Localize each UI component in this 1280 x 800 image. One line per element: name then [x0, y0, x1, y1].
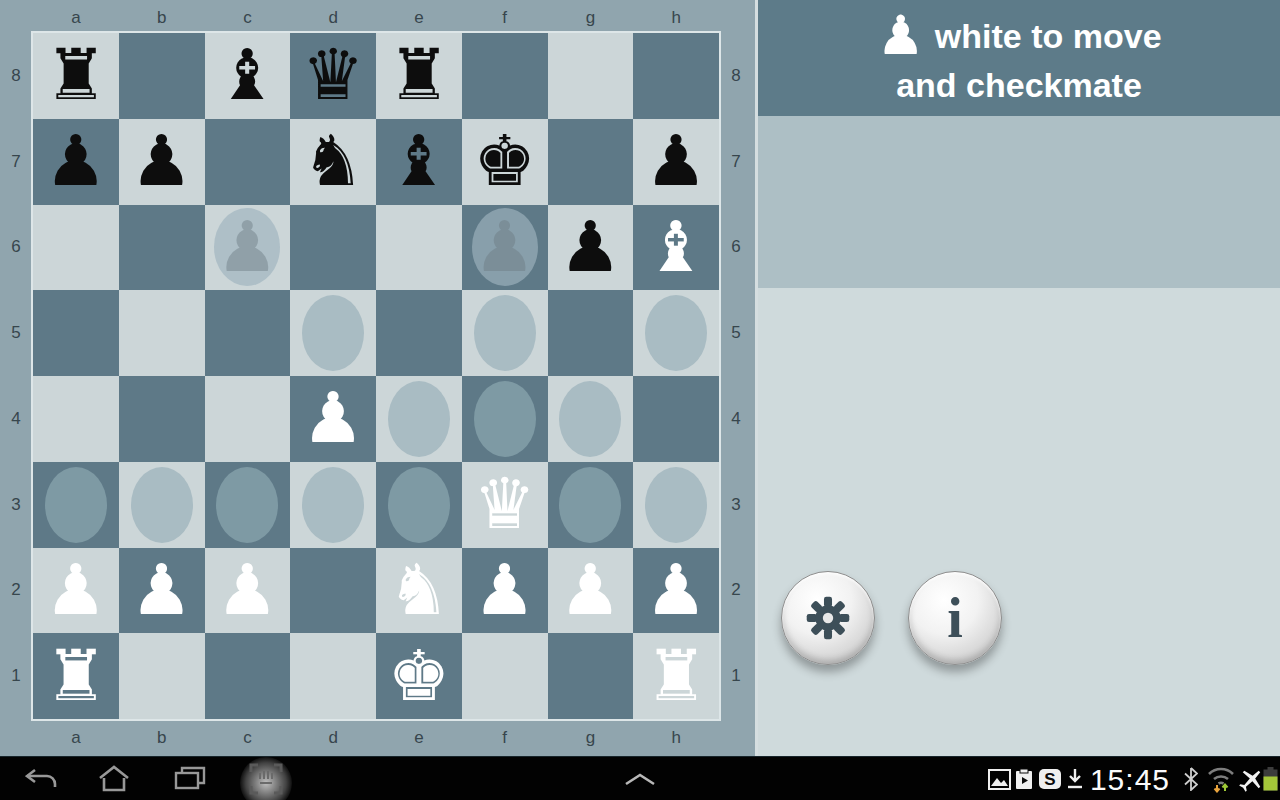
square-e6[interactable]: [376, 205, 462, 291]
square-g2[interactable]: ♟: [548, 548, 634, 634]
square-h8[interactable]: [633, 33, 719, 119]
square-f4[interactable]: [462, 376, 548, 462]
coord-label: 5: [1, 290, 31, 376]
white-pawn-c2[interactable]: ♟: [216, 548, 279, 633]
square-a7[interactable]: ♟: [33, 119, 119, 205]
coord-label: 2: [1, 548, 31, 634]
move-hint-e4: [388, 381, 450, 457]
coord-label: g: [548, 5, 634, 31]
recent-apps-button[interactable]: [168, 757, 212, 800]
square-b8[interactable]: [119, 33, 205, 119]
white-pawn-a2[interactable]: ♟: [44, 548, 107, 633]
coord-label: g: [548, 725, 634, 751]
square-g5[interactable]: [548, 290, 634, 376]
black-bishop-e7[interactable]: ♝: [387, 119, 450, 204]
black-rook-e8[interactable]: ♜: [387, 33, 450, 118]
square-h4[interactable]: [633, 376, 719, 462]
coord-label: c: [205, 725, 291, 751]
coord-label: 4: [1, 376, 31, 462]
move-hint-e3: [388, 467, 450, 543]
square-a1[interactable]: ♜: [33, 633, 119, 719]
black-pawn-b7[interactable]: ♟: [130, 119, 193, 204]
square-f7[interactable]: ♚: [462, 119, 548, 205]
info-button[interactable]: i: [908, 571, 1002, 665]
square-h5[interactable]: [633, 290, 719, 376]
coord-label: f: [462, 725, 548, 751]
square-c8[interactable]: ♝: [205, 33, 291, 119]
move-hint-d5: [302, 295, 364, 371]
move-hint-f4: [474, 381, 536, 457]
square-g8[interactable]: [548, 33, 634, 119]
square-a4[interactable]: [33, 376, 119, 462]
move-hint-f5: [474, 295, 536, 371]
square-b7[interactable]: ♟: [119, 119, 205, 205]
square-d4[interactable]: ♟: [290, 376, 376, 462]
square-a5[interactable]: [33, 290, 119, 376]
square-b5[interactable]: [119, 290, 205, 376]
black-queen-d8[interactable]: ♛: [302, 33, 365, 118]
coord-label: d: [290, 5, 376, 31]
white-king-e1[interactable]: ♚: [387, 634, 450, 719]
coord-label: a: [33, 5, 119, 31]
info-icon: i: [947, 590, 963, 646]
screenshot-capture-icon: [249, 763, 283, 795]
home-button[interactable]: [92, 757, 136, 800]
coord-label: a: [33, 725, 119, 751]
square-f5[interactable]: [462, 290, 548, 376]
square-a6[interactable]: [33, 205, 119, 291]
rank-labels-left: 87654321: [1, 33, 31, 719]
coord-label: b: [119, 725, 205, 751]
move-hint-h5: [645, 295, 707, 371]
s-note-icon: S: [1037, 757, 1063, 800]
square-f8[interactable]: [462, 33, 548, 119]
square-a2[interactable]: ♟: [33, 548, 119, 634]
black-knight-d7[interactable]: ♞: [302, 119, 365, 204]
home-icon: [97, 765, 131, 793]
square-c7[interactable]: [205, 119, 291, 205]
download-icon: [1064, 757, 1086, 800]
square-e7[interactable]: ♝: [376, 119, 462, 205]
coord-label: 8: [1, 33, 31, 119]
objective-line2: and checkmate: [896, 63, 1142, 107]
square-e3[interactable]: [376, 462, 462, 548]
black-pawn-g6[interactable]: ♟: [559, 205, 622, 290]
square-g3[interactable]: [548, 462, 634, 548]
white-pawn-b2[interactable]: ♟: [130, 548, 193, 633]
gear-icon: [805, 595, 851, 641]
square-d5[interactable]: [290, 290, 376, 376]
square-e8[interactable]: ♜: [376, 33, 462, 119]
black-king-f7[interactable]: ♚: [473, 119, 536, 204]
black-pawn-h7[interactable]: ♟: [645, 119, 708, 204]
coord-label: 1: [721, 633, 751, 719]
square-g1[interactable]: [548, 633, 634, 719]
coord-label: 6: [1, 205, 31, 291]
move-hint-c3: [216, 467, 278, 543]
square-h7[interactable]: ♟: [633, 119, 719, 205]
panel-main-area: i: [758, 288, 1280, 756]
square-g4[interactable]: [548, 376, 634, 462]
battery-icon: [1262, 757, 1278, 800]
rank-labels-right: 87654321: [721, 33, 751, 719]
capture-hint-c6: [214, 208, 280, 286]
square-e4[interactable]: [376, 376, 462, 462]
move-hint-d3: [302, 467, 364, 543]
move-hint-b3: [131, 467, 193, 543]
chevron-up-icon: [623, 772, 657, 786]
white-pawn-d4[interactable]: ♟: [302, 376, 365, 461]
board-panel: abcdefgh abcdefgh 87654321 87654321 ♜♝♛♜…: [0, 0, 755, 756]
move-hint-g4: [559, 381, 621, 457]
file-labels-top: abcdefgh: [33, 5, 719, 31]
square-h1[interactable]: ♜: [633, 633, 719, 719]
square-d1[interactable]: [290, 633, 376, 719]
square-b3[interactable]: [119, 462, 205, 548]
file-labels-bottom: abcdefgh: [33, 725, 719, 751]
white-pawn-icon: ♟: [876, 9, 924, 63]
square-g7[interactable]: [548, 119, 634, 205]
square-a3[interactable]: [33, 462, 119, 548]
white-queen-f3[interactable]: ♛: [473, 462, 536, 547]
square-e2[interactable]: ♞: [376, 548, 462, 634]
bluetooth-icon: [1182, 757, 1200, 800]
square-f1[interactable]: [462, 633, 548, 719]
square-b6[interactable]: [119, 205, 205, 291]
back-icon: [25, 766, 59, 792]
square-b2[interactable]: ♟: [119, 548, 205, 634]
square-e1[interactable]: ♚: [376, 633, 462, 719]
keyboard-hide-button[interactable]: [618, 757, 662, 800]
square-c2[interactable]: ♟: [205, 548, 291, 634]
coord-label: 8: [721, 33, 751, 119]
white-pawn-g2[interactable]: ♟: [559, 548, 622, 633]
square-f2[interactable]: ♟: [462, 548, 548, 634]
android-navigation-bar: S 15:45: [0, 756, 1280, 800]
svg-text:S: S: [1044, 770, 1055, 789]
square-f6[interactable]: ♟: [462, 205, 548, 291]
recent-apps-icon: [174, 766, 206, 792]
white-rook-h1[interactable]: ♜: [645, 634, 708, 719]
capture-hint-f6: [472, 208, 538, 286]
white-pawn-h2[interactable]: ♟: [645, 548, 708, 633]
coord-label: 4: [721, 376, 751, 462]
square-c4[interactable]: [205, 376, 291, 462]
white-knight-e2[interactable]: ♞: [387, 548, 450, 633]
coord-label: 1: [1, 633, 31, 719]
white-bishop-h6[interactable]: ♝: [645, 205, 708, 290]
clock: 15:45: [1090, 763, 1170, 797]
white-pawn-f2[interactable]: ♟: [473, 548, 536, 633]
square-c3[interactable]: [205, 462, 291, 548]
move-hint-g3: [559, 467, 621, 543]
black-bishop-c8[interactable]: ♝: [216, 33, 279, 118]
coord-label: f: [462, 5, 548, 31]
coord-label: 5: [721, 290, 751, 376]
square-h6[interactable]: ♝: [633, 205, 719, 291]
clipboard-icon: [1012, 757, 1036, 800]
settings-button[interactable]: [781, 571, 875, 665]
square-h3[interactable]: [633, 462, 719, 548]
coord-label: c: [205, 5, 291, 31]
puzzle-objective-header: ♟ white to move and checkmate: [758, 0, 1280, 116]
square-g6[interactable]: ♟: [548, 205, 634, 291]
app-screen: abcdefgh abcdefgh 87654321 87654321 ♜♝♛♜…: [0, 0, 1280, 800]
gallery-icon: [986, 757, 1012, 800]
square-c6[interactable]: ♟: [205, 205, 291, 291]
move-hint-a3: [45, 467, 107, 543]
coord-label: 7: [1, 119, 31, 205]
coord-label: d: [290, 725, 376, 751]
coord-label: h: [633, 725, 719, 751]
chess-board[interactable]: ♜♝♛♜♟♟♞♝♚♟♟♟♟♝♟♛♟♟♟♞♟♟♟♜♚♜: [31, 31, 721, 721]
coord-label: e: [376, 5, 462, 31]
wifi-updown-icon: [1203, 757, 1239, 800]
black-rook-a8[interactable]: ♜: [44, 33, 107, 118]
coord-label: b: [119, 5, 205, 31]
square-d3[interactable]: [290, 462, 376, 548]
square-d2[interactable]: [290, 548, 376, 634]
square-a8[interactable]: ♜: [33, 33, 119, 119]
move-hint-h3: [645, 467, 707, 543]
coord-label: 7: [721, 119, 751, 205]
square-b4[interactable]: [119, 376, 205, 462]
square-c5[interactable]: [205, 290, 291, 376]
black-pawn-a7[interactable]: ♟: [44, 119, 107, 204]
back-button[interactable]: [22, 757, 62, 800]
screenshot-button[interactable]: [244, 757, 288, 800]
square-d6[interactable]: [290, 205, 376, 291]
coord-label: 2: [721, 548, 751, 634]
square-c1[interactable]: [205, 633, 291, 719]
coord-label: 3: [1, 462, 31, 548]
square-e5[interactable]: [376, 290, 462, 376]
coord-label: e: [376, 725, 462, 751]
panel-band: [758, 116, 1280, 288]
objective-line1: white to move: [935, 14, 1162, 58]
square-d7[interactable]: ♞: [290, 119, 376, 205]
square-h2[interactable]: ♟: [633, 548, 719, 634]
coord-label: 6: [721, 205, 751, 291]
square-b1[interactable]: [119, 633, 205, 719]
white-rook-a1[interactable]: ♜: [44, 634, 107, 719]
coord-label: h: [633, 5, 719, 31]
side-panel: ♟ white to move and checkmate: [755, 0, 1280, 756]
coord-label: 3: [721, 462, 751, 548]
square-d8[interactable]: ♛: [290, 33, 376, 119]
square-f3[interactable]: ♛: [462, 462, 548, 548]
